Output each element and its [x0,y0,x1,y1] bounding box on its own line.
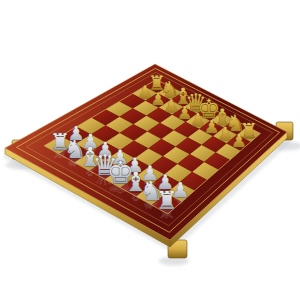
chess-board-photo: ♜♞♝♛♚♝♞♜♟♟♟♟♟♟♟♟♟♟♟♟♟♟♟♟♟♟♟♟♟♟♟♟♜♜♞♞♝♝♛♛… [0,0,300,300]
piece-silver-rook: ♜ [156,186,178,215]
piece-gold-pawn: ♟ [231,130,247,151]
product-photo-chess-set: ♜♞♝♛♚♝♞♜♟♟♟♟♟♟♟♟♟♟♟♟♟♟♟♟♟♟♟♟♟♟♟♟♜♜♞♞♝♝♛♛… [0,0,300,300]
